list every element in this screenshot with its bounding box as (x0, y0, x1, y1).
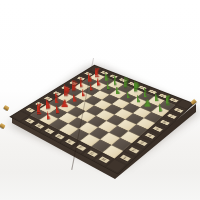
hinge-icon (3, 105, 9, 111)
coordinate-chip: A (25, 118, 35, 124)
coordinate-chip: B (34, 123, 44, 129)
coordinate-chip: H (98, 156, 109, 163)
clasp-icon (190, 99, 196, 105)
coordinate-chip: F (76, 144, 87, 151)
coordinate-chip: G (87, 150, 98, 157)
coordinate-chip: 3 (137, 139, 148, 146)
coordinate-chip: 8 (173, 107, 183, 112)
coordinate-chip: 7 (167, 113, 177, 119)
hinge-icon (0, 123, 6, 129)
coordinate-chip: 2 (128, 147, 139, 154)
chess-set-product-photo: ABCDEFGH8♜♞♝♛♚♝♞♜87♞♟♟♟♟♟♟♟76♝♟65♛♟54♚♟4… (0, 0, 200, 200)
coordinate-chip: 6 (160, 119, 170, 125)
coordinate-chip: 1 (120, 154, 131, 161)
coordinate-chip: 5 (152, 126, 162, 132)
board-grid: ABCDEFGH8♜♞♝♛♚♝♞♜87♞♟♟♟♟♟♟♟76♝♟65♛♟54♚♟4… (9, 65, 194, 175)
coordinate-chip: 4 (145, 132, 156, 138)
coordinate-chip: E (65, 138, 76, 144)
